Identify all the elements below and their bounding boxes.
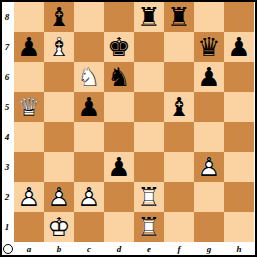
rank-label-5: 5 <box>2 92 14 122</box>
file-label-f: f <box>164 242 194 255</box>
piece-white-king: ♚♔ <box>44 212 74 242</box>
square-g7[interactable]: ♛ <box>194 32 224 62</box>
square-c2[interactable]: ♟♙ <box>74 182 104 212</box>
file-labels: abcdefgh <box>14 242 255 255</box>
rank-label-3: 3 <box>2 152 14 182</box>
square-g6[interactable]: ♟ <box>194 62 224 92</box>
square-e1[interactable]: ♜♖ <box>134 212 164 242</box>
square-e7[interactable] <box>134 32 164 62</box>
square-c1[interactable] <box>74 212 104 242</box>
square-e8[interactable]: ♜ <box>134 2 164 32</box>
square-e6[interactable] <box>134 62 164 92</box>
square-g5[interactable] <box>194 92 224 122</box>
square-b2[interactable]: ♟♙ <box>44 182 74 212</box>
piece-white-rook: ♜♖ <box>134 182 164 212</box>
square-g3[interactable]: ♟♙ <box>194 152 224 182</box>
square-a1[interactable] <box>14 212 44 242</box>
square-c8[interactable] <box>74 2 104 32</box>
square-e3[interactable] <box>134 152 164 182</box>
file-label-b: b <box>44 242 74 255</box>
piece-black-bishop: ♝ <box>164 92 194 122</box>
square-g4[interactable] <box>194 122 224 152</box>
square-c3[interactable] <box>74 152 104 182</box>
square-e4[interactable] <box>134 122 164 152</box>
piece-black-knight: ♞ <box>104 62 134 92</box>
file-label-h: h <box>224 242 254 255</box>
file-label-g: g <box>194 242 224 255</box>
piece-white-knight: ♞♘ <box>74 62 104 92</box>
square-a8[interactable] <box>14 2 44 32</box>
rank-label-6: 6 <box>2 62 14 92</box>
square-g8[interactable] <box>194 2 224 32</box>
piece-white-pawn: ♟♙ <box>74 182 104 212</box>
rank-label-4: 4 <box>2 122 14 152</box>
square-a4[interactable] <box>14 122 44 152</box>
piece-black-pawn: ♟ <box>224 32 254 62</box>
square-b1[interactable]: ♚♔ <box>44 212 74 242</box>
piece-black-pawn: ♟ <box>194 62 224 92</box>
square-b4[interactable] <box>44 122 74 152</box>
piece-white-rook: ♜♖ <box>134 212 164 242</box>
file-label-e: e <box>134 242 164 255</box>
file-label-a: a <box>14 242 44 255</box>
piece-white-bishop: ♝♗ <box>44 32 74 62</box>
square-c4[interactable] <box>74 122 104 152</box>
square-d8[interactable] <box>104 2 134 32</box>
piece-black-rook: ♜ <box>164 2 194 32</box>
piece-black-pawn: ♟ <box>74 92 104 122</box>
square-b6[interactable] <box>44 62 74 92</box>
piece-black-bishop: ♝ <box>44 2 74 32</box>
piece-black-pawn: ♟ <box>104 152 134 182</box>
square-c6[interactable]: ♞♘ <box>74 62 104 92</box>
square-b5[interactable] <box>44 92 74 122</box>
square-f6[interactable] <box>164 62 194 92</box>
chess-board: ♝♜♜♟♝♗♚♛♟♞♘♞♟♛♕♟♝♟♟♙♟♙♟♙♟♙♜♖♚♔♜♖ <box>14 2 254 242</box>
square-f2[interactable] <box>164 182 194 212</box>
square-d3[interactable]: ♟ <box>104 152 134 182</box>
square-c5[interactable]: ♟ <box>74 92 104 122</box>
piece-black-queen: ♛ <box>194 32 224 62</box>
square-a5[interactable]: ♛♕ <box>14 92 44 122</box>
rank-labels: 87654321 <box>2 2 14 242</box>
square-h2[interactable] <box>224 182 254 212</box>
square-h3[interactable] <box>224 152 254 182</box>
piece-white-queen: ♛♕ <box>14 92 44 122</box>
square-d2[interactable] <box>104 182 134 212</box>
piece-white-pawn: ♟♙ <box>14 182 44 212</box>
square-d4[interactable] <box>104 122 134 152</box>
piece-black-rook: ♜ <box>134 2 164 32</box>
rank-label-8: 8 <box>2 2 14 32</box>
piece-black-pawn: ♟ <box>14 32 44 62</box>
square-a6[interactable] <box>14 62 44 92</box>
square-d6[interactable]: ♞ <box>104 62 134 92</box>
square-c7[interactable] <box>74 32 104 62</box>
square-d7[interactable]: ♚ <box>104 32 134 62</box>
file-label-d: d <box>104 242 134 255</box>
square-b7[interactable]: ♝♗ <box>44 32 74 62</box>
to-move-corner <box>2 242 14 255</box>
square-a3[interactable] <box>14 152 44 182</box>
square-h8[interactable] <box>224 2 254 32</box>
square-f7[interactable] <box>164 32 194 62</box>
square-d1[interactable] <box>104 212 134 242</box>
square-b3[interactable] <box>44 152 74 182</box>
rank-label-2: 2 <box>2 182 14 212</box>
square-e2[interactable]: ♜♖ <box>134 182 164 212</box>
square-h5[interactable] <box>224 92 254 122</box>
rank-label-1: 1 <box>2 212 14 242</box>
square-h7[interactable]: ♟ <box>224 32 254 62</box>
file-label-c: c <box>74 242 104 255</box>
piece-white-pawn: ♟♙ <box>44 182 74 212</box>
square-f4[interactable] <box>164 122 194 152</box>
square-d5[interactable] <box>104 92 134 122</box>
square-a7[interactable]: ♟ <box>14 32 44 62</box>
square-b8[interactable]: ♝ <box>44 2 74 32</box>
square-f1[interactable] <box>164 212 194 242</box>
white-to-move-indicator <box>3 244 13 254</box>
square-h1[interactable] <box>224 212 254 242</box>
square-e5[interactable] <box>134 92 164 122</box>
piece-black-king: ♚ <box>104 32 134 62</box>
rank-label-7: 7 <box>2 32 14 62</box>
square-f8[interactable]: ♜ <box>164 2 194 32</box>
square-f3[interactable] <box>164 152 194 182</box>
square-a2[interactable]: ♟♙ <box>14 182 44 212</box>
square-g2[interactable] <box>194 182 224 212</box>
square-h6[interactable] <box>224 62 254 92</box>
piece-white-pawn: ♟♙ <box>194 152 224 182</box>
square-f5[interactable]: ♝ <box>164 92 194 122</box>
square-g1[interactable] <box>194 212 224 242</box>
square-h4[interactable] <box>224 122 254 152</box>
chess-diagram: 87654321 ♝♜♜♟♝♗♚♛♟♞♘♞♟♛♕♟♝♟♟♙♟♙♟♙♟♙♜♖♚♔♜… <box>0 0 257 257</box>
